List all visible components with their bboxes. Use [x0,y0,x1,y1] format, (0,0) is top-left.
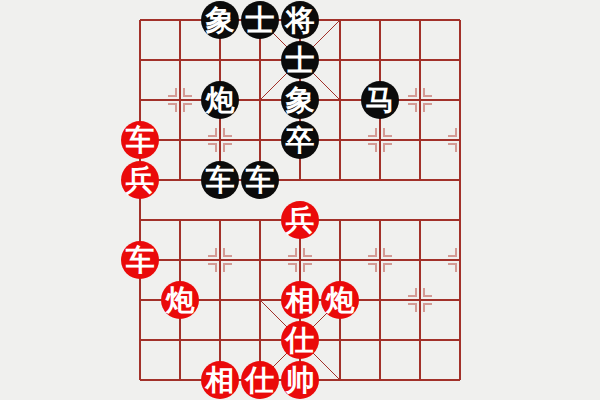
black-elephant-piece[interactable]: 象 [201,1,239,39]
red-elephant-piece[interactable]: 相 [281,281,319,319]
red-advisor-piece[interactable]: 仕 [241,361,279,399]
red-cannon-piece[interactable]: 炮 [321,281,359,319]
red-chariot-piece[interactable]: 车 [121,241,159,279]
red-cannon-piece[interactable]: 炮 [161,281,199,319]
black-elephant-piece[interactable]: 象 [281,81,319,119]
red-advisor-piece[interactable]: 仕 [281,321,319,359]
piece-layer: 象士将士炮象马车卒兵车车兵车炮相炮仕相仕帅 [120,0,480,400]
red-pawn-piece[interactable]: 兵 [281,201,319,239]
black-pawn-piece[interactable]: 卒 [281,121,319,159]
red-elephant-piece[interactable]: 相 [201,361,239,399]
black-advisor-piece[interactable]: 士 [241,1,279,39]
black-horse-piece[interactable]: 马 [361,81,399,119]
black-chariot-piece[interactable]: 车 [201,161,239,199]
red-pawn-piece[interactable]: 兵 [121,161,159,199]
xiangqi-board[interactable]: 象士将士炮象马车卒兵车车兵车炮相炮仕相仕帅 [120,0,480,400]
black-chariot-piece[interactable]: 车 [241,161,279,199]
black-advisor-piece[interactable]: 士 [281,41,319,79]
black-cannon-piece[interactable]: 炮 [201,81,239,119]
black-general-piece[interactable]: 将 [281,1,319,39]
red-general-piece[interactable]: 帅 [281,361,319,399]
red-chariot-piece[interactable]: 车 [121,121,159,159]
screenshot-canvas: 象士将士炮象马车卒兵车车兵车炮相炮仕相仕帅 [0,0,600,400]
